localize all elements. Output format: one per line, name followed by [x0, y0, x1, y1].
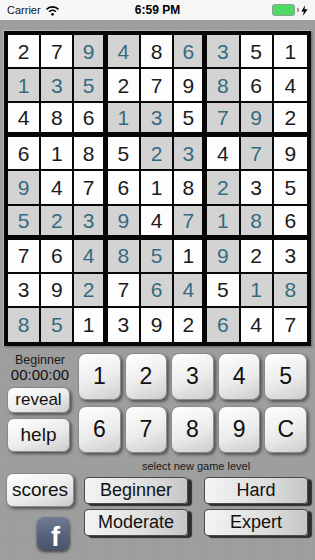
reveal-button[interactable]: reveal [7, 387, 70, 413]
new-game-moderate-button[interactable]: Moderate [84, 509, 188, 536]
charging-bolt-icon [301, 5, 308, 16]
cell-r4c3[interactable]: 8 [74, 137, 107, 171]
cell-r4c2[interactable]: 1 [41, 137, 74, 171]
battery-nub [297, 8, 299, 12]
cell-r9c4[interactable]: 3 [108, 308, 141, 342]
new-game-expert-button[interactable]: Expert [204, 509, 308, 536]
key-C[interactable]: C [264, 406, 307, 453]
scores-button[interactable]: scores [6, 473, 74, 507]
new-game-beginner-button[interactable]: Beginner [84, 477, 188, 504]
key-4[interactable]: 4 [218, 353, 261, 400]
sudoku-board: 2794863511352798644861357926185234799476… [4, 31, 311, 346]
cell-r3c1[interactable]: 4 [8, 103, 41, 137]
cell-r6c9[interactable]: 6 [274, 206, 307, 240]
cell-r5c7[interactable]: 2 [207, 171, 240, 205]
cell-r8c6[interactable]: 4 [174, 274, 207, 308]
cell-r9c6[interactable]: 2 [174, 308, 207, 342]
facebook-icon: f [51, 526, 60, 549]
key-2[interactable]: 2 [125, 353, 168, 400]
cell-r7c4[interactable]: 8 [108, 240, 141, 274]
cell-r2c6[interactable]: 9 [174, 69, 207, 103]
app-screen: Carrier 6:59 PM 279486351135279864486135… [0, 0, 315, 560]
cell-r7c1[interactable]: 7 [8, 240, 41, 274]
key-3[interactable]: 3 [171, 353, 214, 400]
current-level-label: Beginner [0, 353, 80, 367]
cell-r6c7[interactable]: 1 [207, 206, 240, 240]
cell-r5c2[interactable]: 4 [41, 171, 74, 205]
cell-r2c9[interactable]: 4 [274, 69, 307, 103]
cell-r8c5[interactable]: 6 [141, 274, 174, 308]
cell-r1c9[interactable]: 1 [274, 35, 307, 69]
cell-r1c6[interactable]: 6 [174, 35, 207, 69]
cell-r8c1[interactable]: 3 [8, 274, 41, 308]
cell-r1c8[interactable]: 5 [241, 35, 274, 69]
cell-r2c2[interactable]: 3 [41, 69, 74, 103]
battery-body [272, 4, 295, 16]
cell-r4c4[interactable]: 5 [108, 137, 141, 171]
cell-r1c7[interactable]: 3 [207, 35, 240, 69]
new-game-buttons: Beginner Hard Moderate Expert [84, 477, 308, 536]
cell-r8c9[interactable]: 8 [274, 274, 307, 308]
cell-r7c7[interactable]: 9 [207, 240, 240, 274]
cell-r7c3[interactable]: 4 [74, 240, 107, 274]
clock: 6:59 PM [0, 3, 315, 17]
keypad: 123456789C [78, 353, 307, 453]
cell-r9c8[interactable]: 4 [241, 308, 274, 342]
cell-r7c9[interactable]: 3 [274, 240, 307, 274]
cell-r3c3[interactable]: 6 [74, 103, 107, 137]
cell-r3c6[interactable]: 5 [174, 103, 207, 137]
cell-r5c9[interactable]: 5 [274, 171, 307, 205]
cell-r9c5[interactable]: 9 [141, 308, 174, 342]
cell-r5c6[interactable]: 8 [174, 171, 207, 205]
facebook-button[interactable]: f [37, 517, 70, 550]
cell-r4c5[interactable]: 2 [141, 137, 174, 171]
cell-r6c3[interactable]: 3 [74, 206, 107, 240]
cell-r2c5[interactable]: 7 [141, 69, 174, 103]
cell-r5c4[interactable]: 6 [108, 171, 141, 205]
cell-r3c9[interactable]: 2 [274, 103, 307, 137]
cell-r8c4[interactable]: 7 [108, 274, 141, 308]
cell-r1c5[interactable]: 8 [141, 35, 174, 69]
cell-r8c2[interactable]: 9 [41, 274, 74, 308]
key-8[interactable]: 8 [171, 406, 214, 453]
cell-r5c3[interactable]: 7 [74, 171, 107, 205]
help-button[interactable]: help [7, 418, 70, 452]
cell-r3c2[interactable]: 8 [41, 103, 74, 137]
cell-r4c6[interactable]: 3 [174, 137, 207, 171]
new-game-hard-button[interactable]: Hard [204, 477, 308, 504]
cell-r1c4[interactable]: 4 [108, 35, 141, 69]
cell-r3c7[interactable]: 7 [207, 103, 240, 137]
cell-r9c7[interactable]: 6 [207, 308, 240, 342]
cell-r7c2[interactable]: 6 [41, 240, 74, 274]
cell-r9c3[interactable]: 1 [74, 308, 107, 342]
cell-r8c3[interactable]: 2 [74, 274, 107, 308]
cell-r9c9[interactable]: 7 [274, 308, 307, 342]
new-game-heading: select new game level [80, 460, 312, 472]
cell-r2c4[interactable]: 2 [108, 69, 141, 103]
cell-r1c2[interactable]: 7 [41, 35, 74, 69]
cell-r2c3[interactable]: 5 [74, 69, 107, 103]
cell-r7c5[interactable]: 5 [141, 240, 174, 274]
status-bar: Carrier 6:59 PM [0, 0, 315, 20]
cell-r8c8[interactable]: 1 [241, 274, 274, 308]
cell-r7c8[interactable]: 2 [241, 240, 274, 274]
cell-r1c3[interactable]: 9 [74, 35, 107, 69]
cell-r5c5[interactable]: 1 [141, 171, 174, 205]
cell-r9c2[interactable]: 5 [41, 308, 74, 342]
cell-r4c8[interactable]: 7 [241, 137, 274, 171]
cell-r3c5[interactable]: 3 [141, 103, 174, 137]
key-6[interactable]: 6 [78, 406, 121, 453]
cell-r3c4[interactable]: 1 [108, 103, 141, 137]
cell-r4c1[interactable]: 6 [8, 137, 41, 171]
cell-r8c7[interactable]: 5 [207, 274, 240, 308]
cell-r9c1[interactable]: 8 [8, 308, 41, 342]
cell-r6c8[interactable]: 8 [241, 206, 274, 240]
cell-r5c1[interactable]: 9 [8, 171, 41, 205]
cell-r6c4[interactable]: 9 [108, 206, 141, 240]
cell-r3c8[interactable]: 9 [241, 103, 274, 137]
cell-r5c8[interactable]: 3 [241, 171, 274, 205]
cell-r2c7[interactable]: 8 [207, 69, 240, 103]
game-timer: 00:00:00 [0, 366, 80, 383]
key-5[interactable]: 5 [264, 353, 307, 400]
cell-r7c6[interactable]: 1 [174, 240, 207, 274]
key-1[interactable]: 1 [78, 353, 121, 400]
cell-r6c5[interactable]: 4 [141, 206, 174, 240]
cell-r6c1[interactable]: 5 [8, 206, 41, 240]
cell-r2c1[interactable]: 1 [8, 69, 41, 103]
cell-r4c9[interactable]: 9 [274, 137, 307, 171]
key-7[interactable]: 7 [125, 406, 168, 453]
cell-r6c6[interactable]: 7 [174, 206, 207, 240]
cell-r4c7[interactable]: 4 [207, 137, 240, 171]
cell-r2c8[interactable]: 6 [241, 69, 274, 103]
battery-icon [272, 4, 308, 16]
cell-r1c1[interactable]: 2 [8, 35, 41, 69]
key-9[interactable]: 9 [218, 406, 261, 453]
cell-r6c2[interactable]: 2 [41, 206, 74, 240]
